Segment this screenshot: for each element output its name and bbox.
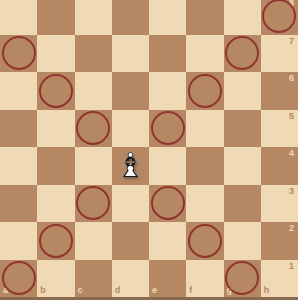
move-circle-c5 <box>76 111 110 145</box>
square-g2[interactable] <box>224 222 261 260</box>
file-label-d: d <box>115 286 121 295</box>
move-circle-h8 <box>262 0 296 33</box>
square-g8[interactable] <box>224 0 261 35</box>
rank-label-7: 7 <box>289 37 294 46</box>
square-b3[interactable] <box>37 185 74 223</box>
square-b2[interactable] <box>37 222 74 260</box>
square-f6[interactable] <box>186 72 223 110</box>
square-d3[interactable] <box>112 185 149 223</box>
square-b6[interactable] <box>37 72 74 110</box>
rank-label-1: 1 <box>289 262 294 271</box>
square-b4[interactable] <box>37 147 74 185</box>
square-a7[interactable] <box>0 35 37 73</box>
square-e4[interactable] <box>149 147 186 185</box>
file-label-f: f <box>189 286 192 295</box>
square-f3[interactable] <box>186 185 223 223</box>
square-a6[interactable] <box>0 72 37 110</box>
square-h6[interactable]: 6 <box>261 72 298 110</box>
white-bishop-outline-glyph: ♗ <box>112 146 149 184</box>
square-f2[interactable] <box>186 222 223 260</box>
square-g5[interactable] <box>224 110 261 148</box>
square-c1[interactable]: c <box>75 260 112 298</box>
square-f1[interactable]: f <box>186 260 223 298</box>
move-circle-g7 <box>225 36 259 70</box>
square-h3[interactable]: 3 <box>261 185 298 223</box>
chess-board: 8765♝♗432abcdefg1h <box>0 0 298 297</box>
move-circle-a7 <box>2 36 36 70</box>
move-circle-f2 <box>188 224 222 258</box>
move-circle-e3 <box>151 186 185 220</box>
square-c3[interactable] <box>75 185 112 223</box>
square-d6[interactable] <box>112 72 149 110</box>
square-e7[interactable] <box>149 35 186 73</box>
square-e1[interactable]: e <box>149 260 186 298</box>
square-a1[interactable]: a <box>0 260 37 298</box>
square-h7[interactable]: 7 <box>261 35 298 73</box>
square-a2[interactable] <box>0 222 37 260</box>
square-c4[interactable] <box>75 147 112 185</box>
square-b5[interactable] <box>37 110 74 148</box>
square-d8[interactable] <box>112 0 149 35</box>
rank-label-6: 6 <box>289 74 294 83</box>
move-circle-a1 <box>2 261 36 295</box>
square-d7[interactable] <box>112 35 149 73</box>
square-f8[interactable] <box>186 0 223 35</box>
square-e2[interactable] <box>149 222 186 260</box>
square-a3[interactable] <box>0 185 37 223</box>
square-c6[interactable] <box>75 72 112 110</box>
rank-label-4: 4 <box>289 149 294 158</box>
file-label-b: b <box>40 286 46 295</box>
move-circle-c3 <box>76 186 110 220</box>
square-e6[interactable] <box>149 72 186 110</box>
square-g7[interactable] <box>224 35 261 73</box>
square-f7[interactable] <box>186 35 223 73</box>
square-c7[interactable] <box>75 35 112 73</box>
square-a8[interactable] <box>0 0 37 35</box>
move-circle-f6 <box>188 74 222 108</box>
square-d5[interactable] <box>112 110 149 148</box>
square-c2[interactable] <box>75 222 112 260</box>
square-b1[interactable]: b <box>37 260 74 298</box>
square-h2[interactable]: 2 <box>261 222 298 260</box>
square-g4[interactable] <box>224 147 261 185</box>
square-e5[interactable] <box>149 110 186 148</box>
chessboard-screenshot: 8765♝♗432abcdefg1h <box>0 0 298 300</box>
square-a5[interactable] <box>0 110 37 148</box>
file-label-h: h <box>264 286 270 295</box>
square-h1[interactable]: 1h <box>261 260 298 298</box>
square-b8[interactable] <box>37 0 74 35</box>
move-circle-b2 <box>39 224 73 258</box>
move-circle-e5 <box>151 111 185 145</box>
square-f5[interactable] <box>186 110 223 148</box>
white-bishop[interactable]: ♝♗ <box>112 147 149 185</box>
square-d2[interactable] <box>112 222 149 260</box>
square-a4[interactable] <box>0 147 37 185</box>
square-e8[interactable] <box>149 0 186 35</box>
square-g3[interactable] <box>224 185 261 223</box>
move-circle-g1 <box>225 261 259 295</box>
square-h4[interactable]: 4 <box>261 147 298 185</box>
square-c5[interactable] <box>75 110 112 148</box>
square-g1[interactable]: g <box>224 260 261 298</box>
square-h8[interactable]: 8 <box>261 0 298 35</box>
square-h5[interactable]: 5 <box>261 110 298 148</box>
square-d4[interactable]: ♝♗ <box>112 147 149 185</box>
rank-label-5: 5 <box>289 112 294 121</box>
square-d1[interactable]: d <box>112 260 149 298</box>
file-label-e: e <box>152 286 157 295</box>
square-e3[interactable] <box>149 185 186 223</box>
rank-label-3: 3 <box>289 187 294 196</box>
square-b7[interactable] <box>37 35 74 73</box>
rank-label-2: 2 <box>289 224 294 233</box>
move-circle-b6 <box>39 74 73 108</box>
square-g6[interactable] <box>224 72 261 110</box>
square-f4[interactable] <box>186 147 223 185</box>
square-c8[interactable] <box>75 0 112 35</box>
file-label-c: c <box>78 286 83 295</box>
